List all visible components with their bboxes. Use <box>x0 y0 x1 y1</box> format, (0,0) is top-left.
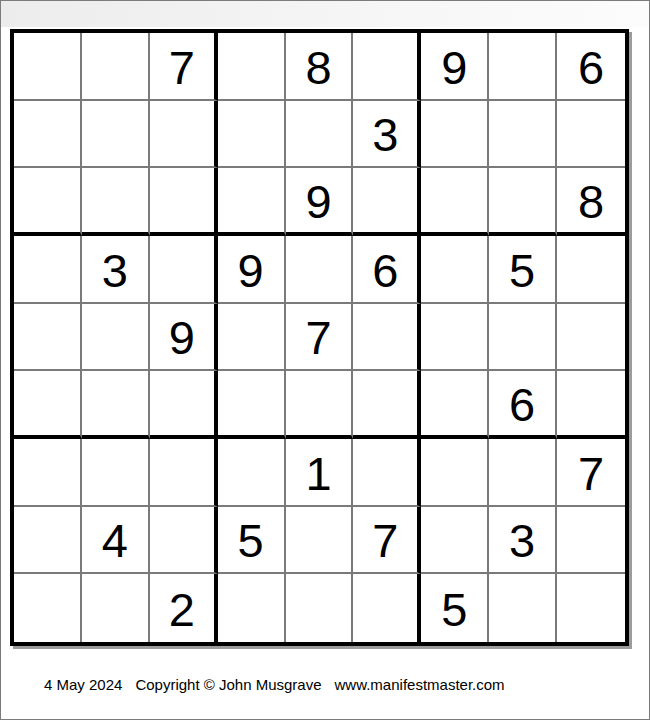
cell-r9c8[interactable] <box>489 574 557 642</box>
sudoku-board: 7896398396597617457325 <box>10 29 629 646</box>
given-digit: 7 <box>305 314 331 361</box>
given-digit: 2 <box>169 586 195 633</box>
cell-r8c9[interactable] <box>557 507 625 575</box>
cell-r7c9[interactable]: 7 <box>557 439 625 507</box>
cell-r1c4[interactable] <box>218 33 286 101</box>
cell-r8c7[interactable] <box>421 507 489 575</box>
cell-r4c2[interactable]: 3 <box>82 236 150 304</box>
given-digit: 9 <box>169 314 195 361</box>
given-digit: 3 <box>102 247 128 294</box>
cell-r8c5[interactable] <box>286 507 354 575</box>
footer-website: www.manifestmaster.com <box>335 676 505 693</box>
cell-r3c9[interactable]: 8 <box>557 168 625 236</box>
cell-r1c3[interactable]: 7 <box>150 33 218 101</box>
cell-r9c1[interactable] <box>14 574 82 642</box>
given-digit: 7 <box>169 44 195 91</box>
cell-r7c1[interactable] <box>14 439 82 507</box>
cell-r6c1[interactable] <box>14 371 82 439</box>
cell-r1c7[interactable]: 9 <box>421 33 489 101</box>
given-digit: 7 <box>372 517 398 564</box>
cell-r5c2[interactable] <box>82 304 150 372</box>
cell-r9c2[interactable] <box>82 574 150 642</box>
cell-r2c3[interactable] <box>150 101 218 169</box>
page: 7896398396597617457325 4 May 2024 Copyri… <box>0 0 650 720</box>
cell-r6c3[interactable] <box>150 371 218 439</box>
cell-r8c1[interactable] <box>14 507 82 575</box>
given-digit: 9 <box>238 247 264 294</box>
given-digit: 8 <box>578 178 604 225</box>
cell-r7c5[interactable]: 1 <box>286 439 354 507</box>
cell-r3c1[interactable] <box>14 168 82 236</box>
cell-r5c6[interactable] <box>353 304 421 372</box>
cell-r2c4[interactable] <box>218 101 286 169</box>
cell-r9c6[interactable] <box>353 574 421 642</box>
cell-r2c2[interactable] <box>82 101 150 169</box>
footer: 4 May 2024 Copyright © John Musgrave www… <box>44 676 505 693</box>
cell-r2c8[interactable] <box>489 101 557 169</box>
cell-r3c4[interactable] <box>218 168 286 236</box>
cell-r9c3[interactable]: 2 <box>150 574 218 642</box>
cell-r8c8[interactable]: 3 <box>489 507 557 575</box>
cell-r5c3[interactable]: 9 <box>150 304 218 372</box>
cell-r3c8[interactable] <box>489 168 557 236</box>
cell-r2c1[interactable] <box>14 101 82 169</box>
cell-r7c7[interactable] <box>421 439 489 507</box>
cell-r4c6[interactable]: 6 <box>353 236 421 304</box>
cell-r6c7[interactable] <box>421 371 489 439</box>
cell-r7c6[interactable] <box>353 439 421 507</box>
footer-date: 4 May 2024 <box>44 676 122 693</box>
cell-r4c8[interactable]: 5 <box>489 236 557 304</box>
given-digit: 6 <box>372 247 398 294</box>
cell-r4c5[interactable] <box>286 236 354 304</box>
footer-copyright: Copyright © John Musgrave <box>135 676 321 693</box>
cell-r6c9[interactable] <box>557 371 625 439</box>
cell-r2c9[interactable] <box>557 101 625 169</box>
cell-r3c6[interactable] <box>353 168 421 236</box>
given-digit: 5 <box>509 247 535 294</box>
cell-r8c3[interactable] <box>150 507 218 575</box>
cell-r5c9[interactable] <box>557 304 625 372</box>
cell-r5c5[interactable]: 7 <box>286 304 354 372</box>
cell-r1c8[interactable] <box>489 33 557 101</box>
cell-r2c5[interactable] <box>286 101 354 169</box>
cell-r7c8[interactable] <box>489 439 557 507</box>
cell-r5c1[interactable] <box>14 304 82 372</box>
cell-r1c1[interactable] <box>14 33 82 101</box>
cell-r9c4[interactable] <box>218 574 286 642</box>
cell-r6c6[interactable] <box>353 371 421 439</box>
given-digit: 3 <box>509 517 535 564</box>
cell-r8c6[interactable]: 7 <box>353 507 421 575</box>
cell-r1c9[interactable]: 6 <box>557 33 625 101</box>
cell-r7c3[interactable] <box>150 439 218 507</box>
cell-r1c5[interactable]: 8 <box>286 33 354 101</box>
cell-r4c1[interactable] <box>14 236 82 304</box>
cell-r5c7[interactable] <box>421 304 489 372</box>
cell-r9c7[interactable]: 5 <box>421 574 489 642</box>
cell-r7c4[interactable] <box>218 439 286 507</box>
top-strip <box>1 1 649 27</box>
cell-r2c7[interactable] <box>421 101 489 169</box>
cell-r4c3[interactable] <box>150 236 218 304</box>
cell-r3c2[interactable] <box>82 168 150 236</box>
given-digit: 5 <box>238 517 264 564</box>
cell-r3c5[interactable]: 9 <box>286 168 354 236</box>
cell-r8c2[interactable]: 4 <box>82 507 150 575</box>
cell-r1c2[interactable] <box>82 33 150 101</box>
given-digit: 6 <box>578 44 604 91</box>
cell-r9c5[interactable] <box>286 574 354 642</box>
cell-r3c7[interactable] <box>421 168 489 236</box>
cell-r9c9[interactable] <box>557 574 625 642</box>
cell-r6c5[interactable] <box>286 371 354 439</box>
given-digit: 5 <box>441 586 467 633</box>
given-digit: 9 <box>305 178 331 225</box>
cell-r7c2[interactable] <box>82 439 150 507</box>
cell-r4c9[interactable] <box>557 236 625 304</box>
cell-r2c6[interactable]: 3 <box>353 101 421 169</box>
cell-r4c7[interactable] <box>421 236 489 304</box>
given-digit: 4 <box>102 517 128 564</box>
given-digit: 3 <box>372 111 398 158</box>
cell-r5c8[interactable] <box>489 304 557 372</box>
cell-r6c8[interactable]: 6 <box>489 371 557 439</box>
given-digit: 6 <box>509 381 535 428</box>
cell-r6c2[interactable] <box>82 371 150 439</box>
given-digit: 8 <box>305 44 331 91</box>
cell-r1c6[interactable] <box>353 33 421 101</box>
given-digit: 7 <box>578 450 604 497</box>
cell-r4c4[interactable]: 9 <box>218 236 286 304</box>
cell-r5c4[interactable] <box>218 304 286 372</box>
cell-r3c3[interactable] <box>150 168 218 236</box>
given-digit: 1 <box>305 450 331 497</box>
cell-r8c4[interactable]: 5 <box>218 507 286 575</box>
cell-r6c4[interactable] <box>218 371 286 439</box>
given-digit: 9 <box>441 44 467 91</box>
